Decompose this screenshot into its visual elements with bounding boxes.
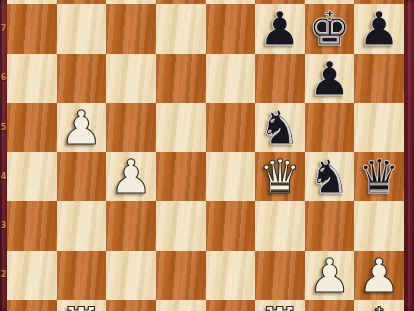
square-f1[interactable]: ♜ <box>255 300 305 311</box>
square-f7[interactable]: ♟ <box>255 4 305 53</box>
black-queen-h4[interactable]: ♛ <box>358 152 400 201</box>
square-b4[interactable] <box>57 152 107 201</box>
square-e1[interactable] <box>206 300 256 311</box>
square-f3[interactable] <box>255 201 305 250</box>
square-d7[interactable] <box>156 4 206 53</box>
white-rook-b1[interactable]: ♜ <box>60 300 102 311</box>
black-pawn-h7[interactable]: ♟ <box>358 4 400 53</box>
black-pawn-f7[interactable]: ♟ <box>259 4 301 53</box>
white-pawn-h2[interactable]: ♟ <box>358 251 400 300</box>
white-queen-f4[interactable]: ♛ <box>259 152 301 201</box>
square-a5[interactable] <box>7 103 57 152</box>
square-c1[interactable] <box>106 300 156 311</box>
black-pawn-g6[interactable]: ♟ <box>308 54 350 103</box>
square-a2[interactable] <box>7 251 57 300</box>
square-f6[interactable] <box>255 54 305 103</box>
black-king-g7[interactable]: ♚ <box>308 4 350 53</box>
square-c7[interactable] <box>106 4 156 53</box>
square-a3[interactable] <box>7 201 57 250</box>
square-g1[interactable] <box>305 300 355 311</box>
square-a6[interactable] <box>7 54 57 103</box>
square-d4[interactable] <box>156 152 206 201</box>
white-rook-f1[interactable]: ♜ <box>259 300 301 311</box>
square-a4[interactable] <box>7 152 57 201</box>
square-a1[interactable] <box>7 300 57 311</box>
square-e7[interactable] <box>206 4 256 53</box>
rank-label-3: 3 <box>0 221 7 230</box>
square-g6[interactable]: ♟ <box>305 54 355 103</box>
square-b7[interactable] <box>57 4 107 53</box>
rank-label-6: 6 <box>0 73 7 82</box>
square-d6[interactable] <box>156 54 206 103</box>
square-e3[interactable] <box>206 201 256 250</box>
square-c6[interactable] <box>106 54 156 103</box>
board-frame: ♟♚♟♟♟♞♟♛♞♛♟♟♜♜♚ 87654321 <box>0 0 414 311</box>
rank-label-2: 2 <box>0 270 7 279</box>
square-g4[interactable]: ♞ <box>305 152 355 201</box>
black-knight-f5[interactable]: ♞ <box>259 103 301 152</box>
square-f4[interactable]: ♛ <box>255 152 305 201</box>
chess-board: ♟♚♟♟♟♞♟♛♞♛♟♟♜♜♚ <box>7 0 404 311</box>
square-c2[interactable] <box>106 251 156 300</box>
square-h6[interactable] <box>354 54 404 103</box>
square-f5[interactable]: ♞ <box>255 103 305 152</box>
square-a7[interactable] <box>7 4 57 53</box>
white-pawn-b5[interactable]: ♟ <box>60 103 102 152</box>
square-b5[interactable]: ♟ <box>57 103 107 152</box>
square-c5[interactable] <box>106 103 156 152</box>
square-h1[interactable]: ♚ <box>354 300 404 311</box>
square-b2[interactable] <box>57 251 107 300</box>
rank-label-4: 4 <box>0 172 7 181</box>
square-g3[interactable] <box>305 201 355 250</box>
square-g2[interactable]: ♟ <box>305 251 355 300</box>
square-e4[interactable] <box>206 152 256 201</box>
square-h5[interactable] <box>354 103 404 152</box>
square-h2[interactable]: ♟ <box>354 251 404 300</box>
square-e2[interactable] <box>206 251 256 300</box>
square-d3[interactable] <box>156 201 206 250</box>
square-e5[interactable] <box>206 103 256 152</box>
rank-label-7: 7 <box>0 24 7 33</box>
square-b6[interactable] <box>57 54 107 103</box>
square-c3[interactable] <box>106 201 156 250</box>
rank-label-5: 5 <box>0 123 7 132</box>
square-g5[interactable] <box>305 103 355 152</box>
white-pawn-g2[interactable]: ♟ <box>308 251 350 300</box>
square-h3[interactable] <box>354 201 404 250</box>
square-g7[interactable]: ♚ <box>305 4 355 53</box>
square-c4[interactable]: ♟ <box>106 152 156 201</box>
square-d1[interactable] <box>156 300 206 311</box>
white-pawn-c4[interactable]: ♟ <box>110 152 152 201</box>
square-e6[interactable] <box>206 54 256 103</box>
square-h7[interactable]: ♟ <box>354 4 404 53</box>
square-b1[interactable]: ♜ <box>57 300 107 311</box>
square-b3[interactable] <box>57 201 107 250</box>
black-knight-g4[interactable]: ♞ <box>308 152 350 201</box>
square-d2[interactable] <box>156 251 206 300</box>
square-d5[interactable] <box>156 103 206 152</box>
square-f2[interactable] <box>255 251 305 300</box>
white-king-h1[interactable]: ♚ <box>358 300 400 311</box>
rank-coordinates: 87654321 <box>0 0 7 311</box>
square-h4[interactable]: ♛ <box>354 152 404 201</box>
